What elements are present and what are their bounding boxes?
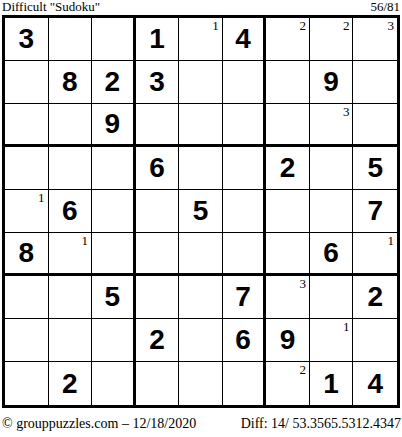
given-digit: 5 (92, 276, 133, 318)
cell-r9c3[interactable] (92, 362, 136, 405)
given-digit: 2 (353, 276, 397, 318)
given-digit: 9 (310, 61, 353, 103)
cell-r4c5[interactable] (179, 147, 223, 190)
cell-r5c9: 7 (353, 190, 397, 233)
cell-r1c2[interactable] (49, 18, 93, 61)
cell-r9c2: 2 (49, 362, 93, 405)
cell-r7c8[interactable] (310, 276, 354, 319)
cell-r8c2[interactable] (49, 319, 93, 362)
pencil-mark: 1 (343, 320, 350, 333)
given-digit: 9 (92, 104, 133, 144)
cell-r5c2: 6 (49, 190, 93, 233)
given-digit: 3 (5, 18, 48, 60)
given-digit: 6 (310, 233, 353, 273)
given-digit: 7 (223, 276, 264, 318)
pencil-mark: 3 (299, 277, 306, 290)
given-digit: 4 (223, 18, 264, 60)
cell-r1c3[interactable] (92, 18, 136, 61)
cell-r7c5[interactable] (179, 276, 223, 319)
cell-r3c7[interactable] (266, 104, 310, 147)
pencil-mark: 3 (388, 19, 395, 32)
cell-r5c7[interactable] (266, 190, 310, 233)
puzzle-title: Difficult "Sudoku" (2, 0, 100, 14)
cell-r9c9: 4 (353, 362, 397, 405)
cell-r9c1[interactable] (5, 362, 49, 405)
cell-r4c2[interactable] (49, 147, 93, 190)
cell-r6c8: 6 (310, 233, 354, 276)
given-digit: 2 (136, 319, 179, 361)
cell-r4c3[interactable] (92, 147, 136, 190)
cell-r8c1[interactable] (5, 319, 49, 362)
cell-r8c6: 6 (223, 319, 267, 362)
cell-r5c6[interactable] (223, 190, 267, 233)
cell-r1c1: 3 (5, 18, 49, 61)
given-digit: 2 (266, 147, 309, 189)
cell-r6c1: 8 (5, 233, 49, 276)
cell-r2c9[interactable] (353, 61, 397, 104)
cell-r2c2: 8 (49, 61, 93, 104)
given-digit: 9 (266, 319, 309, 361)
given-digit: 1 (310, 362, 353, 405)
cell-r2c4: 3 (136, 61, 180, 104)
cell-r3c2[interactable] (49, 104, 93, 147)
pencil-mark: 1 (212, 19, 219, 32)
cell-r8c3[interactable] (92, 319, 136, 362)
cell-r6c5[interactable] (179, 233, 223, 276)
cell-r6c7[interactable] (266, 233, 310, 276)
cell-r5c8[interactable] (310, 190, 354, 233)
cell-r6c6[interactable] (223, 233, 267, 276)
cell-r5c5: 5 (179, 190, 223, 233)
cell-r4c6[interactable] (223, 147, 267, 190)
cell-r4c4: 6 (136, 147, 180, 190)
cell-r4c9: 5 (353, 147, 397, 190)
cell-r1c9[interactable]: 3 (353, 18, 397, 61)
cell-r8c9[interactable] (353, 319, 397, 362)
cell-r6c2[interactable]: 1 (49, 233, 93, 276)
given-digit: 2 (92, 61, 133, 103)
cell-r7c3: 5 (92, 276, 136, 319)
given-digit: 6 (223, 319, 264, 361)
given-digit: 3 (136, 61, 179, 103)
given-digit: 6 (136, 147, 179, 189)
difficulty-text: Diff: 14/ 53.3565.5312.4347 (241, 416, 401, 431)
footer: © grouppuzzles.com – 12/18/2020 Diff: 14… (0, 408, 402, 431)
pencil-mark: 2 (343, 19, 350, 32)
cell-r3c9[interactable] (353, 104, 397, 147)
cell-r1c7[interactable]: 2 (266, 18, 310, 61)
cell-r3c8[interactable]: 3 (310, 104, 354, 147)
cell-r2c1[interactable] (5, 61, 49, 104)
cell-r2c7[interactable] (266, 61, 310, 104)
cell-r9c5[interactable] (179, 362, 223, 405)
cell-r1c6: 4 (223, 18, 267, 61)
cell-r8c4: 2 (136, 319, 180, 362)
pencil-mark: 1 (388, 234, 395, 247)
given-digit: 8 (5, 233, 48, 273)
copyright-text: © grouppuzzles.com – 12/18/2020 (2, 416, 196, 431)
cell-r8c8[interactable]: 1 (310, 319, 354, 362)
cell-r7c4[interactable] (136, 276, 180, 319)
cell-r3c1[interactable] (5, 104, 49, 147)
cell-r9c7[interactable]: 2 (266, 362, 310, 405)
cell-r7c2[interactable] (49, 276, 93, 319)
cell-r6c9[interactable]: 1 (353, 233, 397, 276)
cell-r4c1[interactable] (5, 147, 49, 190)
given-digit: 5 (179, 190, 222, 232)
cell-r7c1[interactable] (5, 276, 49, 319)
cell-r9c8: 1 (310, 362, 354, 405)
cell-r5c3[interactable] (92, 190, 136, 233)
cell-r7c9: 2 (353, 276, 397, 319)
cell-r8c7: 9 (266, 319, 310, 362)
given-digit: 7 (353, 190, 397, 232)
pencil-mark: 1 (38, 191, 45, 204)
pencil-mark: 1 (82, 234, 89, 247)
given-digit: 5 (353, 147, 397, 189)
pencil-mark: 2 (299, 363, 306, 376)
sudoku-grid: 311422382399362516578161573226912214 (2, 15, 400, 408)
cell-r2c6[interactable] (223, 61, 267, 104)
given-digit: 8 (49, 61, 92, 103)
cell-r3c5[interactable] (179, 104, 223, 147)
cell-r1c4: 1 (136, 18, 180, 61)
pencil-mark: 3 (343, 105, 350, 118)
cell-r9c6[interactable] (223, 362, 267, 405)
cell-r2c8: 9 (310, 61, 354, 104)
cell-r3c4[interactable] (136, 104, 180, 147)
given-digit: 6 (49, 190, 92, 232)
cell-r1c8[interactable]: 2 (310, 18, 354, 61)
cell-r9c4[interactable] (136, 362, 180, 405)
given-digit: 4 (353, 362, 397, 405)
cell-r5c4[interactable] (136, 190, 180, 233)
cell-r3c6[interactable] (223, 104, 267, 147)
header: Difficult "Sudoku" 56/81 (0, 0, 402, 15)
given-digit: 1 (136, 18, 179, 60)
given-digit: 2 (49, 362, 92, 405)
cell-r7c7[interactable]: 3 (266, 276, 310, 319)
cell-r6c4[interactable] (136, 233, 180, 276)
cell-r7c6: 7 (223, 276, 267, 319)
pencil-mark: 2 (299, 19, 306, 32)
cell-r1c5[interactable]: 1 (179, 18, 223, 61)
cell-r3c3: 9 (92, 104, 136, 147)
puzzle-page: Difficult "Sudoku" 56/81 311422382399362… (0, 0, 402, 437)
cell-r8c5[interactable] (179, 319, 223, 362)
cell-r6c3[interactable] (92, 233, 136, 276)
fill-counter: 56/81 (370, 0, 400, 14)
cell-r5c1[interactable]: 1 (5, 190, 49, 233)
cell-r4c7: 2 (266, 147, 310, 190)
cell-r2c3: 2 (92, 61, 136, 104)
cell-r4c8[interactable] (310, 147, 354, 190)
cell-r2c5[interactable] (179, 61, 223, 104)
